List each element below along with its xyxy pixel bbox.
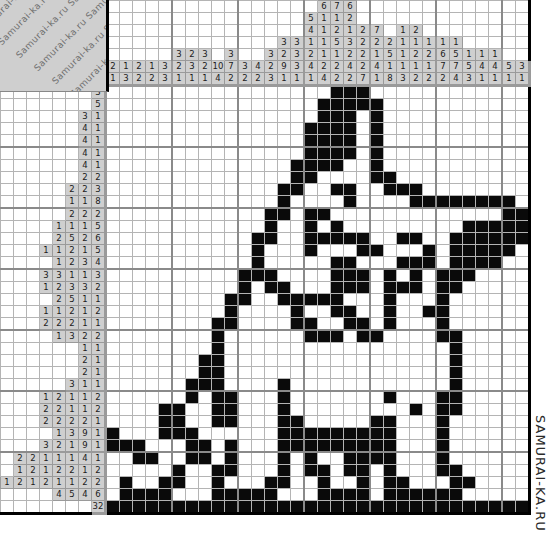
grid-cell[interactable]	[120, 330, 133, 343]
grid-cell[interactable]	[370, 245, 384, 257]
grid-cell[interactable]	[252, 318, 265, 331]
grid-cell[interactable]	[476, 135, 489, 148]
grid-cell[interactable]	[172, 99, 186, 111]
grid-cell[interactable]	[502, 306, 516, 318]
grid-cell[interactable]	[252, 257, 265, 270]
grid-cell[interactable]	[252, 355, 265, 367]
grid-cell[interactable]	[423, 233, 437, 245]
grid-cell[interactable]	[463, 318, 476, 331]
grid-cell[interactable]	[516, 452, 530, 465]
grid-cell[interactable]	[516, 489, 530, 501]
grid-cell[interactable]	[384, 306, 397, 318]
grid-cell[interactable]	[120, 489, 133, 501]
grid-cell[interactable]	[199, 257, 212, 270]
grid-cell[interactable]	[476, 282, 489, 294]
grid-cell[interactable]	[489, 404, 503, 416]
grid-cell[interactable]	[463, 123, 476, 135]
grid-cell[interactable]	[344, 416, 357, 428]
grid-cell[interactable]	[489, 233, 503, 245]
grid-cell[interactable]	[423, 440, 437, 453]
grid-cell[interactable]	[120, 245, 133, 257]
grid-cell[interactable]	[450, 489, 463, 501]
grid-cell[interactable]	[318, 489, 331, 501]
grid-cell[interactable]	[291, 99, 305, 111]
grid-cell[interactable]	[450, 269, 463, 282]
grid-cell[interactable]	[436, 196, 450, 209]
grid-cell[interactable]	[463, 489, 476, 501]
grid-cell[interactable]	[225, 477, 239, 489]
grid-cell[interactable]	[344, 86, 357, 99]
grid-cell[interactable]	[357, 245, 371, 257]
grid-cell[interactable]	[384, 465, 397, 477]
grid-cell[interactable]	[199, 208, 212, 221]
grid-cell[interactable]	[318, 379, 331, 392]
grid-cell[interactable]	[159, 294, 173, 306]
grid-cell[interactable]	[278, 221, 291, 233]
grid-cell[interactable]	[357, 404, 371, 416]
grid-cell[interactable]	[265, 172, 278, 184]
grid-cell[interactable]	[172, 355, 186, 367]
grid-cell[interactable]	[516, 294, 530, 306]
grid-cell[interactable]	[331, 330, 344, 343]
grid-cell[interactable]	[212, 86, 225, 99]
grid-cell[interactable]	[304, 282, 318, 294]
grid-cell[interactable]	[516, 160, 530, 172]
grid-cell[interactable]	[318, 465, 331, 477]
grid-cell[interactable]	[502, 208, 516, 221]
grid-cell[interactable]	[331, 123, 344, 135]
grid-cell[interactable]	[357, 355, 371, 367]
grid-cell[interactable]	[384, 269, 397, 282]
grid-cell[interactable]	[199, 111, 212, 123]
grid-cell[interactable]	[436, 123, 450, 135]
grid-cell[interactable]	[450, 257, 463, 270]
grid-cell[interactable]	[278, 196, 291, 209]
grid-cell[interactable]	[397, 355, 410, 367]
grid-cell[interactable]	[410, 208, 423, 221]
grid-cell[interactable]	[516, 343, 530, 355]
grid-cell[interactable]	[146, 99, 159, 111]
grid-cell[interactable]	[212, 343, 225, 355]
grid-cell[interactable]	[133, 233, 146, 245]
grid-cell[interactable]	[344, 355, 357, 367]
grid-cell[interactable]	[186, 184, 199, 196]
grid-cell[interactable]	[384, 501, 397, 514]
grid-cell[interactable]	[225, 416, 239, 428]
grid-cell[interactable]	[384, 111, 397, 123]
grid-cell[interactable]	[146, 343, 159, 355]
grid-cell[interactable]	[318, 416, 331, 428]
grid-cell[interactable]	[186, 123, 199, 135]
grid-cell[interactable]	[291, 330, 305, 343]
grid-cell[interactable]	[397, 111, 410, 123]
grid-cell[interactable]	[357, 330, 371, 343]
grid-cell[interactable]	[357, 428, 371, 440]
grid-cell[interactable]	[199, 221, 212, 233]
grid-cell[interactable]	[502, 477, 516, 489]
grid-cell[interactable]	[370, 318, 384, 331]
grid-cell[interactable]	[146, 489, 159, 501]
grid-cell[interactable]	[133, 294, 146, 306]
grid-cell[interactable]	[212, 477, 225, 489]
grid-cell[interactable]	[159, 221, 173, 233]
grid-cell[interactable]	[265, 355, 278, 367]
grid-cell[interactable]	[476, 489, 489, 501]
grid-cell[interactable]	[331, 465, 344, 477]
grid-cell[interactable]	[225, 294, 239, 306]
grid-cell[interactable]	[238, 208, 252, 221]
grid-cell[interactable]	[450, 233, 463, 245]
grid-cell[interactable]	[159, 233, 173, 245]
grid-cell[interactable]	[106, 416, 120, 428]
grid-cell[interactable]	[186, 330, 199, 343]
grid-cell[interactable]	[146, 440, 159, 453]
grid-cell[interactable]	[225, 123, 239, 135]
grid-cell[interactable]	[212, 135, 225, 148]
grid-cell[interactable]	[489, 282, 503, 294]
grid-cell[interactable]	[476, 501, 489, 514]
grid-cell[interactable]	[225, 355, 239, 367]
grid-cell[interactable]	[265, 343, 278, 355]
grid-cell[interactable]	[304, 477, 318, 489]
grid-cell[interactable]	[265, 257, 278, 270]
grid-cell[interactable]	[344, 465, 357, 477]
grid-cell[interactable]	[252, 135, 265, 148]
grid-cell[interactable]	[120, 306, 133, 318]
grid-cell[interactable]	[265, 208, 278, 221]
grid-cell[interactable]	[476, 367, 489, 379]
grid-cell[interactable]	[133, 465, 146, 477]
grid-cell[interactable]	[225, 160, 239, 172]
grid-cell[interactable]	[357, 379, 371, 392]
grid-cell[interactable]	[357, 208, 371, 221]
grid-cell[interactable]	[318, 440, 331, 453]
grid-cell[interactable]	[172, 404, 186, 416]
grid-cell[interactable]	[304, 404, 318, 416]
grid-cell[interactable]	[476, 355, 489, 367]
grid-cell[interactable]	[423, 99, 437, 111]
grid-cell[interactable]	[489, 99, 503, 111]
grid-cell[interactable]	[331, 172, 344, 184]
grid-cell[interactable]	[265, 233, 278, 245]
grid-cell[interactable]	[225, 489, 239, 501]
grid-cell[interactable]	[410, 477, 423, 489]
grid-cell[interactable]	[252, 452, 265, 465]
grid-cell[interactable]	[304, 135, 318, 148]
grid-cell[interactable]	[238, 160, 252, 172]
grid-cell[interactable]	[291, 221, 305, 233]
grid-cell[interactable]	[265, 330, 278, 343]
grid-cell[interactable]	[252, 489, 265, 501]
grid-cell[interactable]	[199, 391, 212, 404]
grid-cell[interactable]	[106, 306, 120, 318]
grid-cell[interactable]	[450, 367, 463, 379]
grid-cell[interactable]	[225, 245, 239, 257]
grid-cell[interactable]	[463, 452, 476, 465]
grid-cell[interactable]	[397, 135, 410, 148]
grid-cell[interactable]	[502, 282, 516, 294]
grid-cell[interactable]	[463, 196, 476, 209]
grid-cell[interactable]	[252, 196, 265, 209]
grid-cell[interactable]	[423, 501, 437, 514]
grid-cell[interactable]	[225, 111, 239, 123]
grid-cell[interactable]	[120, 501, 133, 514]
grid-cell[interactable]	[489, 477, 503, 489]
grid-cell[interactable]	[436, 355, 450, 367]
grid-cell[interactable]	[106, 440, 120, 453]
grid-cell[interactable]	[331, 160, 344, 172]
grid-cell[interactable]	[463, 160, 476, 172]
grid-cell[interactable]	[291, 379, 305, 392]
grid-cell[interactable]	[238, 294, 252, 306]
grid-cell[interactable]	[384, 404, 397, 416]
grid-cell[interactable]	[384, 367, 397, 379]
grid-cell[interactable]	[199, 501, 212, 514]
grid-cell[interactable]	[212, 196, 225, 209]
grid-cell[interactable]	[410, 135, 423, 148]
grid-cell[interactable]	[106, 391, 120, 404]
grid-cell[interactable]	[423, 282, 437, 294]
grid-cell[interactable]	[357, 196, 371, 209]
grid-cell[interactable]	[344, 123, 357, 135]
grid-cell[interactable]	[120, 99, 133, 111]
grid-cell[interactable]	[238, 269, 252, 282]
grid-cell[interactable]	[106, 221, 120, 233]
grid-cell[interactable]	[186, 428, 199, 440]
grid-cell[interactable]	[146, 477, 159, 489]
grid-cell[interactable]	[476, 428, 489, 440]
grid-cell[interactable]	[291, 306, 305, 318]
grid-cell[interactable]	[199, 379, 212, 392]
grid-cell[interactable]	[291, 172, 305, 184]
grid-cell[interactable]	[397, 294, 410, 306]
grid-cell[interactable]	[199, 330, 212, 343]
grid-cell[interactable]	[344, 379, 357, 392]
grid-cell[interactable]	[397, 404, 410, 416]
grid-cell[interactable]	[489, 355, 503, 367]
grid-cell[interactable]	[265, 135, 278, 148]
grid-cell[interactable]	[410, 257, 423, 270]
grid-cell[interactable]	[291, 123, 305, 135]
grid-cell[interactable]	[291, 208, 305, 221]
grid-cell[interactable]	[225, 135, 239, 148]
grid-cell[interactable]	[384, 294, 397, 306]
grid-cell[interactable]	[357, 489, 371, 501]
grid-cell[interactable]	[463, 428, 476, 440]
grid-cell[interactable]	[463, 245, 476, 257]
grid-cell[interactable]	[489, 330, 503, 343]
grid-cell[interactable]	[159, 465, 173, 477]
grid-cell[interactable]	[238, 379, 252, 392]
grid-cell[interactable]	[463, 111, 476, 123]
grid-cell[interactable]	[357, 343, 371, 355]
grid-cell[interactable]	[304, 208, 318, 221]
grid-cell[interactable]	[502, 294, 516, 306]
grid-cell[interactable]	[450, 355, 463, 367]
grid-cell[interactable]	[106, 269, 120, 282]
grid-cell[interactable]	[265, 501, 278, 514]
grid-cell[interactable]	[120, 172, 133, 184]
grid-cell[interactable]	[450, 452, 463, 465]
grid-cell[interactable]	[225, 501, 239, 514]
grid-cell[interactable]	[516, 221, 530, 233]
grid-cell[interactable]	[265, 221, 278, 233]
grid-cell[interactable]	[225, 257, 239, 270]
grid-cell[interactable]	[172, 86, 186, 99]
grid-cell[interactable]	[172, 233, 186, 245]
grid-cell[interactable]	[450, 160, 463, 172]
grid-cell[interactable]	[186, 269, 199, 282]
grid-cell[interactable]	[278, 477, 291, 489]
grid-cell[interactable]	[278, 440, 291, 453]
grid-cell[interactable]	[304, 184, 318, 196]
grid-cell[interactable]	[436, 172, 450, 184]
grid-cell[interactable]	[370, 269, 384, 282]
grid-cell[interactable]	[370, 172, 384, 184]
grid-cell[interactable]	[463, 343, 476, 355]
grid-cell[interactable]	[331, 257, 344, 270]
grid-cell[interactable]	[304, 416, 318, 428]
grid-cell[interactable]	[172, 221, 186, 233]
grid-cell[interactable]	[318, 99, 331, 111]
grid-cell[interactable]	[463, 257, 476, 270]
grid-cell[interactable]	[252, 147, 265, 160]
grid-cell[interactable]	[357, 172, 371, 184]
grid-cell[interactable]	[450, 294, 463, 306]
grid-cell[interactable]	[212, 465, 225, 477]
grid-cell[interactable]	[159, 184, 173, 196]
grid-cell[interactable]	[252, 391, 265, 404]
grid-cell[interactable]	[252, 86, 265, 99]
grid-cell[interactable]	[370, 343, 384, 355]
grid-cell[interactable]	[238, 245, 252, 257]
grid-cell[interactable]	[212, 111, 225, 123]
grid-cell[interactable]	[476, 391, 489, 404]
grid-cell[interactable]	[397, 343, 410, 355]
grid-cell[interactable]	[318, 160, 331, 172]
grid-cell[interactable]	[238, 123, 252, 135]
grid-cell[interactable]	[502, 269, 516, 282]
grid-cell[interactable]	[265, 404, 278, 416]
grid-cell[interactable]	[133, 184, 146, 196]
grid-cell[interactable]	[410, 440, 423, 453]
grid-cell[interactable]	[106, 147, 120, 160]
grid-cell[interactable]	[436, 391, 450, 404]
grid-cell[interactable]	[278, 135, 291, 148]
grid-cell[interactable]	[436, 501, 450, 514]
grid-cell[interactable]	[186, 343, 199, 355]
grid-cell[interactable]	[304, 428, 318, 440]
grid-cell[interactable]	[344, 391, 357, 404]
grid-cell[interactable]	[291, 269, 305, 282]
grid-cell[interactable]	[225, 440, 239, 453]
grid-cell[interactable]	[397, 160, 410, 172]
grid-cell[interactable]	[384, 184, 397, 196]
grid-cell[interactable]	[291, 160, 305, 172]
grid-cell[interactable]	[172, 135, 186, 148]
grid-cell[interactable]	[212, 147, 225, 160]
grid-cell[interactable]	[278, 465, 291, 477]
grid-cell[interactable]	[212, 452, 225, 465]
grid-cell[interactable]	[502, 160, 516, 172]
grid-cell[interactable]	[291, 257, 305, 270]
grid-cell[interactable]	[252, 440, 265, 453]
grid-cell[interactable]	[146, 452, 159, 465]
grid-cell[interactable]	[423, 343, 437, 355]
grid-cell[interactable]	[423, 318, 437, 331]
grid-cell[interactable]	[238, 477, 252, 489]
grid-cell[interactable]	[238, 233, 252, 245]
grid-cell[interactable]	[120, 86, 133, 99]
grid-cell[interactable]	[199, 440, 212, 453]
grid-cell[interactable]	[159, 355, 173, 367]
grid-cell[interactable]	[159, 489, 173, 501]
grid-cell[interactable]	[225, 452, 239, 465]
grid-cell[interactable]	[384, 416, 397, 428]
grid-cell[interactable]	[252, 184, 265, 196]
grid-cell[interactable]	[370, 184, 384, 196]
grid-cell[interactable]	[502, 404, 516, 416]
grid-cell[interactable]	[370, 404, 384, 416]
grid-cell[interactable]	[502, 379, 516, 392]
grid-cell[interactable]	[357, 221, 371, 233]
grid-cell[interactable]	[357, 86, 371, 99]
grid-cell[interactable]	[120, 208, 133, 221]
grid-cell[interactable]	[146, 208, 159, 221]
grid-cell[interactable]	[344, 269, 357, 282]
grid-cell[interactable]	[463, 379, 476, 392]
grid-cell[interactable]	[133, 477, 146, 489]
grid-cell[interactable]	[450, 379, 463, 392]
grid-cell[interactable]	[265, 269, 278, 282]
grid-cell[interactable]	[370, 196, 384, 209]
grid-cell[interactable]	[370, 99, 384, 111]
grid-cell[interactable]	[397, 330, 410, 343]
grid-cell[interactable]	[212, 404, 225, 416]
grid-cell[interactable]	[516, 416, 530, 428]
grid-cell[interactable]	[238, 196, 252, 209]
grid-cell[interactable]	[291, 111, 305, 123]
grid-cell[interactable]	[238, 318, 252, 331]
grid-cell[interactable]	[357, 452, 371, 465]
grid-cell[interactable]	[133, 501, 146, 514]
grid-cell[interactable]	[159, 404, 173, 416]
grid-cell[interactable]	[172, 294, 186, 306]
grid-cell[interactable]	[304, 147, 318, 160]
grid-cell[interactable]	[516, 501, 530, 514]
grid-cell[interactable]	[384, 99, 397, 111]
grid-cell[interactable]	[146, 123, 159, 135]
grid-cell[interactable]	[423, 477, 437, 489]
grid-cell[interactable]	[318, 428, 331, 440]
grid-cell[interactable]	[146, 269, 159, 282]
grid-cell[interactable]	[450, 123, 463, 135]
grid-cell[interactable]	[278, 416, 291, 428]
grid-cell[interactable]	[516, 233, 530, 245]
grid-cell[interactable]	[370, 355, 384, 367]
grid-cell[interactable]	[238, 428, 252, 440]
grid-cell[interactable]	[186, 172, 199, 184]
grid-cell[interactable]	[476, 147, 489, 160]
grid-cell[interactable]	[172, 343, 186, 355]
grid-cell[interactable]	[146, 501, 159, 514]
grid-cell[interactable]	[476, 306, 489, 318]
grid-cell[interactable]	[238, 147, 252, 160]
grid-cell[interactable]	[146, 318, 159, 331]
grid-cell[interactable]	[450, 184, 463, 196]
grid-cell[interactable]	[199, 147, 212, 160]
grid-cell[interactable]	[238, 501, 252, 514]
